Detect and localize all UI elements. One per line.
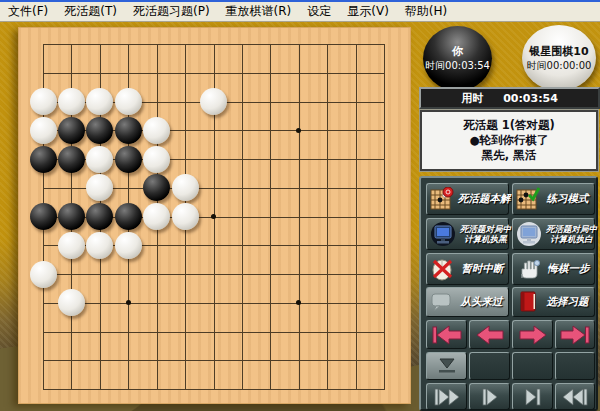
star-point <box>211 214 216 219</box>
media-next-button[interactable] <box>512 383 553 410</box>
jump-to-start-arrow-button[interactable] <box>426 320 467 349</box>
white-stone <box>30 261 57 288</box>
pause-button[interactable]: 暂时中断 <box>426 253 509 285</box>
control-panel: 死活题本解 练习模式 死活题对局中计算机执黑 <box>419 176 598 411</box>
practice-mode-label: 练习模式 <box>544 192 591 206</box>
triangle-down-bar-icon <box>433 355 461 377</box>
problem-goal: 黑先, 黑活 <box>482 148 536 163</box>
problem-status-box: 死活题 1(答对题) ●轮到你行棋了 黑先, 黑活 <box>420 110 598 171</box>
elapsed-time-bar: 用时 00:03:54 <box>419 87 600 109</box>
white-stone <box>115 232 142 259</box>
star-point <box>296 128 301 133</box>
board-gridline <box>356 44 357 390</box>
white-stone <box>58 232 85 259</box>
black-player-name: 你 <box>452 45 463 59</box>
white-stone <box>200 88 227 115</box>
empty-slot-button <box>512 352 553 380</box>
menu-view[interactable]: 显示(V) <box>339 3 397 20</box>
drop-to-bottom-button[interactable] <box>426 352 467 380</box>
arrow-left-icon <box>473 323 507 347</box>
arrow-first-icon <box>430 323 464 347</box>
menu-tsumego[interactable]: 死活题(T) <box>56 3 125 20</box>
elapsed-value: 00:03:54 <box>503 92 558 105</box>
black-stone <box>58 203 85 230</box>
step-forward-arrow-button[interactable] <box>512 320 553 349</box>
white-player-time: 时间00:00:00 <box>527 59 592 72</box>
elapsed-label: 用时 <box>461 91 483 106</box>
black-stone <box>58 146 85 173</box>
menu-help[interactable]: 帮助(H) <box>397 3 455 20</box>
board-gridline <box>43 360 385 361</box>
media-prev-button[interactable] <box>469 383 510 410</box>
computer-dark-icon <box>430 221 456 247</box>
menu-settings[interactable]: 设定 <box>299 3 339 20</box>
board-gridline <box>43 332 385 333</box>
empty-slot-button <box>555 352 595 380</box>
undo-move-label: 悔棋一步 <box>546 262 591 276</box>
goban-seal-icon <box>430 187 454 211</box>
mouse-cross-icon <box>430 256 456 282</box>
white-stone <box>30 88 57 115</box>
restart-label: 从头来过 <box>458 295 505 309</box>
black-stone <box>115 203 142 230</box>
computer-plays-white-button[interactable]: 死活题对局中计算机执白 <box>512 218 595 250</box>
white-stone <box>115 88 142 115</box>
pause-label: 暂时中断 <box>460 262 505 276</box>
white-player-name: 银星围棋10 <box>529 45 588 59</box>
undo-move-button[interactable]: 悔棋一步 <box>512 253 595 285</box>
menu-file[interactable]: 文件(F) <box>0 3 56 20</box>
select-problem-button[interactable]: 选择习题 <box>512 287 595 317</box>
app-window: { "game": "go (weiqi) 13x13 life-and-dea… <box>0 0 600 411</box>
menu-bar: 文件(F) 死活题(T) 死活题习题(P) 重放棋谱(R) 设定 显示(V) 帮… <box>0 2 600 22</box>
step-forward-icon <box>517 386 549 408</box>
step-back-icon <box>474 386 506 408</box>
board-gridline <box>270 44 271 390</box>
star-point <box>296 300 301 305</box>
white-player-avatar: 银星围棋10 时间00:00:00 <box>522 25 596 91</box>
black-player-avatar: 你 时间00:03:54 <box>423 26 492 91</box>
board-gridline <box>242 44 243 390</box>
black-player-time: 时间00:03:54 <box>425 59 490 72</box>
black-stone <box>30 146 57 173</box>
turn-indicator: ●轮到你行棋了 <box>469 133 548 148</box>
board-gridline <box>299 44 300 390</box>
computer-plays-black-label: 死活题对局中计算机执黑 <box>460 224 511 245</box>
black-stone <box>143 174 170 201</box>
black-stone <box>86 117 113 144</box>
board-gridline <box>43 303 385 304</box>
problem-title: 死活题 1(答对题) <box>463 118 555 133</box>
speech-bubble-icon <box>430 290 454 314</box>
board-gridline <box>43 389 385 390</box>
board-gridline <box>327 44 328 390</box>
white-stone <box>86 232 113 259</box>
star-point <box>126 300 131 305</box>
white-stone <box>143 146 170 173</box>
hand-stop-icon <box>516 256 542 282</box>
board-gridline <box>384 44 385 390</box>
white-stone <box>58 289 85 316</box>
step-back-arrow-button[interactable] <box>469 320 510 349</box>
skip-to-end-icon <box>559 386 591 408</box>
white-stone <box>86 146 113 173</box>
select-problem-label: 选择习题 <box>544 295 591 309</box>
media-last-button[interactable] <box>555 383 595 410</box>
white-stone <box>86 88 113 115</box>
black-stone <box>30 203 57 230</box>
white-stone <box>143 117 170 144</box>
jump-to-end-arrow-button[interactable] <box>555 320 595 349</box>
goban-check-icon <box>516 187 540 211</box>
white-stone <box>172 203 199 230</box>
go-board[interactable] <box>18 27 411 404</box>
show-solution-button[interactable]: 死活题本解 <box>426 183 509 215</box>
white-stone <box>143 203 170 230</box>
black-stone <box>115 117 142 144</box>
black-stone <box>86 203 113 230</box>
black-stone <box>58 117 85 144</box>
black-stone <box>115 146 142 173</box>
white-stone <box>58 88 85 115</box>
white-stone <box>30 117 57 144</box>
computer-plays-white-label: 死活题对局中计算机执白 <box>546 224 597 245</box>
empty-slot-button <box>469 352 510 380</box>
media-first-button[interactable] <box>426 383 467 410</box>
menu-replay-kifu[interactable]: 重放棋谱(R) <box>218 3 300 20</box>
white-stone <box>86 174 113 201</box>
practice-mode-button[interactable]: 练习模式 <box>512 183 595 215</box>
arrow-last-icon <box>558 323 592 347</box>
restart-button[interactable]: 从头来过 <box>426 287 509 317</box>
board-gridline <box>43 274 385 275</box>
computer-plays-black-button[interactable]: 死活题对局中计算机执黑 <box>426 218 509 250</box>
white-stone <box>172 174 199 201</box>
menu-tsumego-exercises[interactable]: 死活题习题(P) <box>125 3 218 20</box>
red-book-icon <box>516 290 540 314</box>
skip-to-start-icon <box>431 386 463 408</box>
arrow-right-icon <box>516 323 550 347</box>
computer-light-icon <box>516 221 542 247</box>
show-solution-label: 死活题本解 <box>458 192 511 206</box>
